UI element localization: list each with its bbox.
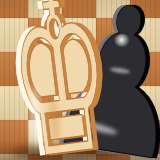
chess-app-icon[interactable]: ♟ ♟ ♟ ♚ ♚ ♚ [0, 0, 160, 160]
